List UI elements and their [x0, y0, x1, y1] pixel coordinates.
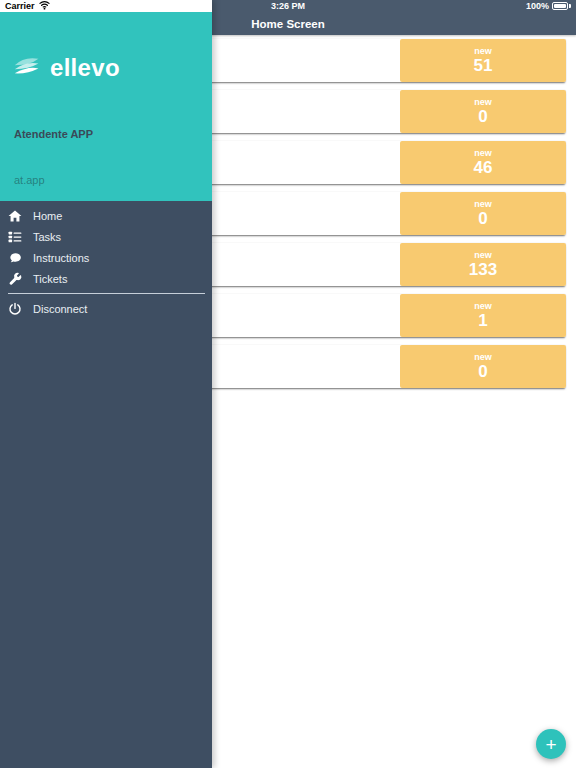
sidebar-drawer: Carrier ellevo [0, 0, 212, 768]
home-icon [8, 209, 22, 223]
power-icon [8, 302, 22, 316]
badge-count-value: 51 [474, 56, 493, 76]
badge-new-label: new [474, 301, 492, 311]
new-count-badge: new 0 [400, 345, 566, 388]
badge-count-value: 46 [474, 158, 493, 178]
new-count-badge: new 133 [400, 243, 566, 286]
sidebar-item-label: Home [33, 210, 62, 222]
tasks-icon [8, 230, 22, 244]
sidebar-item-tickets[interactable]: Tickets [0, 268, 212, 289]
badge-new-label: new [474, 46, 492, 56]
status-carrier-strip: Carrier [0, 0, 212, 12]
new-count-badge: new 0 [400, 90, 566, 133]
sidebar-item-instructions[interactable]: Instructions [0, 247, 212, 268]
sidebar-item-label: Instructions [33, 252, 89, 264]
brand-name: ellevo [50, 54, 120, 82]
badge-count-value: 0 [478, 107, 487, 127]
sidebar-brand-section: ellevo Atendente APP at.app [0, 12, 212, 201]
wifi-icon [39, 0, 50, 12]
badge-count-value: 133 [469, 260, 497, 280]
badge-count-value: 0 [478, 209, 487, 229]
sidebar-item-label: Tickets [33, 273, 67, 285]
badge-count-value: 1 [478, 311, 487, 331]
badge-new-label: new [474, 352, 492, 362]
account-id: at.app [14, 174, 45, 186]
new-count-badge: new 0 [400, 192, 566, 235]
new-count-badge: new 46 [400, 141, 566, 184]
sidebar-item-tasks[interactable]: Tasks [0, 226, 212, 247]
badge-new-label: new [474, 148, 492, 158]
new-count-badge: new 51 [400, 39, 566, 82]
sidebar-menu: Home Tasks [0, 201, 212, 768]
brand-logo: ellevo [13, 54, 120, 82]
badge-new-label: new [474, 199, 492, 209]
badge-new-label: new [474, 250, 492, 260]
ellevo-logo-icon [13, 55, 41, 81]
plus-icon: + [545, 735, 556, 754]
badge-count-value: 0 [478, 362, 487, 382]
status-battery-group: 100% [526, 1, 571, 11]
app-screen: 3:26 PM 100% Home Screen new 51 new [0, 0, 576, 768]
app-title: Atendente APP [14, 128, 93, 140]
battery-icon [552, 2, 571, 10]
tickets-icon [8, 272, 22, 286]
sidebar-item-home[interactable]: Home [0, 205, 212, 226]
battery-percent: 100% [526, 1, 549, 11]
badge-new-label: new [474, 97, 492, 107]
page-title: Home Screen [251, 18, 325, 30]
new-count-badge: new 1 [400, 294, 566, 337]
add-button[interactable]: + [536, 729, 566, 759]
menu-divider [8, 293, 205, 294]
sidebar-item-label: Disconnect [33, 303, 87, 315]
carrier-label: Carrier [5, 1, 35, 11]
sidebar-item-label: Tasks [33, 231, 61, 243]
sidebar-item-disconnect[interactable]: Disconnect [0, 298, 212, 319]
instructions-icon [8, 251, 22, 265]
